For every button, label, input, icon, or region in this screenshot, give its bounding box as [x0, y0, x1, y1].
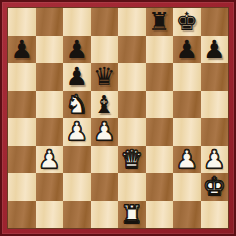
square-e6[interactable]: [118, 63, 146, 91]
white-knight[interactable]: ♞: [66, 92, 88, 117]
square-b8[interactable]: [36, 8, 64, 36]
square-d7[interactable]: [91, 36, 119, 64]
square-a6[interactable]: [8, 63, 36, 91]
black-pawn[interactable]: ♟: [11, 37, 33, 62]
square-c6[interactable]: ♟: [63, 63, 91, 91]
square-d5[interactable]: ♝: [91, 91, 119, 119]
square-h7[interactable]: ♟: [201, 36, 229, 64]
black-king[interactable]: ♚: [176, 9, 198, 34]
square-e4[interactable]: [118, 118, 146, 146]
square-g4[interactable]: [173, 118, 201, 146]
square-f6[interactable]: [146, 63, 174, 91]
square-g5[interactable]: [173, 91, 201, 119]
square-c8[interactable]: [63, 8, 91, 36]
white-pawn[interactable]: ♟: [176, 147, 198, 172]
square-h4[interactable]: [201, 118, 229, 146]
black-pawn[interactable]: ♟: [203, 37, 225, 62]
square-a2[interactable]: [8, 173, 36, 201]
square-g3[interactable]: ♟: [173, 146, 201, 174]
square-f4[interactable]: [146, 118, 174, 146]
square-a8[interactable]: [8, 8, 36, 36]
white-pawn[interactable]: ♟: [93, 119, 115, 144]
square-a4[interactable]: [8, 118, 36, 146]
board-frame: ♜♚♟♟♟♟♟♛♞♝♟♟♟♛♟♟♚♜: [0, 0, 236, 236]
square-c7[interactable]: ♟: [63, 36, 91, 64]
square-c4[interactable]: ♟: [63, 118, 91, 146]
square-e7[interactable]: [118, 36, 146, 64]
square-a5[interactable]: [8, 91, 36, 119]
square-a3[interactable]: [8, 146, 36, 174]
square-d6[interactable]: ♛: [91, 63, 119, 91]
black-pawn[interactable]: ♟: [66, 64, 88, 89]
square-c3[interactable]: [63, 146, 91, 174]
square-f5[interactable]: [146, 91, 174, 119]
square-h2[interactable]: ♚: [201, 173, 229, 201]
square-b2[interactable]: [36, 173, 64, 201]
square-h3[interactable]: ♟: [201, 146, 229, 174]
square-d4[interactable]: ♟: [91, 118, 119, 146]
square-g7[interactable]: ♟: [173, 36, 201, 64]
square-d3[interactable]: [91, 146, 119, 174]
square-d1[interactable]: [91, 201, 119, 229]
chess-board: ♜♚♟♟♟♟♟♛♞♝♟♟♟♛♟♟♚♜: [7, 7, 229, 229]
square-f3[interactable]: [146, 146, 174, 174]
square-b7[interactable]: [36, 36, 64, 64]
black-pawn[interactable]: ♟: [176, 37, 198, 62]
white-king[interactable]: ♚: [203, 174, 225, 199]
white-pawn[interactable]: ♟: [66, 119, 88, 144]
square-a7[interactable]: ♟: [8, 36, 36, 64]
square-g8[interactable]: ♚: [173, 8, 201, 36]
square-d8[interactable]: [91, 8, 119, 36]
square-e5[interactable]: [118, 91, 146, 119]
square-e8[interactable]: [118, 8, 146, 36]
square-b6[interactable]: [36, 63, 64, 91]
square-b1[interactable]: [36, 201, 64, 229]
white-pawn[interactable]: ♟: [203, 147, 225, 172]
square-g6[interactable]: [173, 63, 201, 91]
square-b3[interactable]: ♟: [36, 146, 64, 174]
black-bishop[interactable]: ♝: [93, 92, 115, 117]
white-rook[interactable]: ♜: [121, 202, 143, 227]
square-f8[interactable]: ♜: [146, 8, 174, 36]
white-queen[interactable]: ♛: [121, 147, 143, 172]
square-c2[interactable]: [63, 173, 91, 201]
square-e3[interactable]: ♛: [118, 146, 146, 174]
square-b5[interactable]: [36, 91, 64, 119]
square-g2[interactable]: [173, 173, 201, 201]
square-e1[interactable]: ♜: [118, 201, 146, 229]
square-f1[interactable]: [146, 201, 174, 229]
black-rook[interactable]: ♜: [148, 9, 170, 34]
black-queen[interactable]: ♛: [93, 64, 115, 89]
square-g1[interactable]: [173, 201, 201, 229]
square-f2[interactable]: [146, 173, 174, 201]
square-h5[interactable]: [201, 91, 229, 119]
square-a1[interactable]: [8, 201, 36, 229]
square-b4[interactable]: [36, 118, 64, 146]
square-d2[interactable]: [91, 173, 119, 201]
white-pawn[interactable]: ♟: [38, 147, 60, 172]
square-f7[interactable]: [146, 36, 174, 64]
square-h6[interactable]: [201, 63, 229, 91]
black-pawn[interactable]: ♟: [66, 37, 88, 62]
square-c5[interactable]: ♞: [63, 91, 91, 119]
square-c1[interactable]: [63, 201, 91, 229]
square-e2[interactable]: [118, 173, 146, 201]
square-h1[interactable]: [201, 201, 229, 229]
square-h8[interactable]: [201, 8, 229, 36]
